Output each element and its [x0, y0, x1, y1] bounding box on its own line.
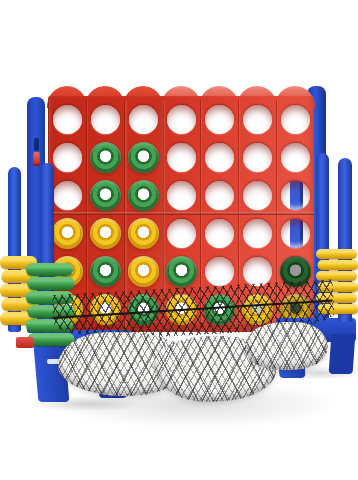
green-storage-disc: [28, 277, 75, 290]
cell-r5c2: [86, 252, 124, 290]
cell-r3c7: [276, 176, 314, 214]
board-hole: [167, 143, 196, 172]
red-lock-clip: [33, 152, 40, 166]
yellow-storage-disc: [316, 249, 357, 259]
cell-r4c6: [238, 214, 276, 252]
board-hole: [205, 105, 234, 134]
board-hole: [205, 143, 234, 172]
red-foot-latch: [16, 337, 34, 348]
cell-r1c1: [48, 100, 86, 138]
green-disc: [166, 256, 197, 287]
cell-r2c6: [238, 138, 276, 176]
board-hole: [243, 181, 272, 210]
cell-r5c3: [124, 252, 162, 290]
cell-r4c5: [200, 214, 238, 252]
board-hole: [167, 105, 196, 134]
board-hole: [91, 105, 120, 134]
board-hole: [281, 219, 310, 248]
product-photo-giant-connect-four: [0, 0, 358, 480]
cell-r3c5: [200, 176, 238, 214]
board-hole: [53, 219, 82, 248]
cell-r3c6: [238, 176, 276, 214]
yellow-storage-disc: [318, 260, 358, 270]
cell-r1c3: [124, 100, 162, 138]
board-hole: [243, 105, 272, 134]
cell-r4c3: [124, 214, 162, 252]
board-hole: [243, 257, 272, 286]
cell-r1c4: [162, 100, 200, 138]
board-hole: [205, 181, 234, 210]
board-hole: [281, 143, 310, 172]
cell-r4c2: [86, 214, 124, 252]
cell-r2c3: [124, 138, 162, 176]
green-storage-disc: [26, 263, 73, 276]
board-hole: [91, 143, 120, 172]
green-disc: [90, 180, 121, 211]
board-hole: [91, 219, 120, 248]
board-hole: [91, 257, 120, 286]
cell-r4c7: [276, 214, 314, 252]
green-disc: [90, 256, 121, 287]
cell-r1c2: [86, 100, 124, 138]
cell-r2c7: [276, 138, 314, 176]
cell-r2c5: [200, 138, 238, 176]
board-hole: [205, 219, 234, 248]
board-hole: [53, 143, 82, 172]
yellow-disc: [128, 256, 159, 287]
left-post-slot: [34, 138, 39, 151]
board-hole: [129, 181, 158, 210]
cell-r1c6: [238, 100, 276, 138]
green-disc: [90, 142, 121, 173]
board-horizontal-seam: [48, 212, 314, 215]
green-disc: [128, 180, 159, 211]
board-hole: [281, 105, 310, 134]
board-hole: [205, 257, 234, 286]
yellow-disc: [128, 218, 159, 249]
board-hole: [167, 257, 196, 286]
board-hole: [281, 181, 310, 210]
cell-r4c4: [162, 214, 200, 252]
board-hole: [243, 143, 272, 172]
cell-r3c3: [124, 176, 162, 214]
yellow-disc: [52, 218, 83, 249]
board-hole: [167, 181, 196, 210]
board-hole: [129, 257, 158, 286]
board-hole: [129, 143, 158, 172]
cell-r3c4: [162, 176, 200, 214]
board-hole: [129, 219, 158, 248]
cell-r1c7: [276, 100, 314, 138]
cell-r2c4: [162, 138, 200, 176]
board-hole: [243, 219, 272, 248]
yellow-disc: [90, 218, 121, 249]
catch-net-bag: [58, 322, 332, 402]
cell-r3c2: [86, 176, 124, 214]
right-foot-back-leg: [329, 334, 356, 374]
green-disc: [128, 142, 159, 173]
cell-r2c2: [86, 138, 124, 176]
net-fabric-fold: [246, 322, 328, 370]
board-hole: [167, 219, 196, 248]
board-hole: [53, 181, 82, 210]
cell-r1c5: [200, 100, 238, 138]
board-hole: [53, 105, 82, 134]
cell-r5c4: [162, 252, 200, 290]
board-hole: [129, 105, 158, 134]
board-hole: [91, 181, 120, 210]
